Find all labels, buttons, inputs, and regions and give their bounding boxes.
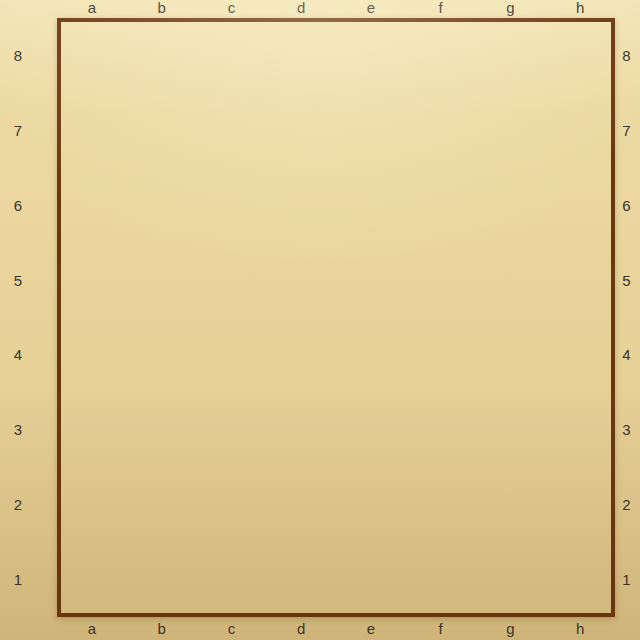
file-label-c: c <box>197 616 267 640</box>
file-label-b: b <box>127 0 197 17</box>
rank-label-8: 8 <box>0 18 36 93</box>
file-label-f: f <box>406 0 476 17</box>
rank-label-1: 1 <box>613 542 640 617</box>
rank-label-4: 4 <box>0 318 36 393</box>
file-labels-bottom: abcdefgh <box>57 616 615 640</box>
file-label-h: h <box>545 616 615 640</box>
rank-label-1: 1 <box>0 542 36 617</box>
file-label-c: c <box>197 0 267 17</box>
rank-label-7: 7 <box>613 93 640 168</box>
file-label-d: d <box>266 0 336 17</box>
chess-board <box>57 18 615 617</box>
rank-label-5: 5 <box>0 243 36 318</box>
rank-label-8: 8 <box>613 18 640 93</box>
file-label-g: g <box>476 616 546 640</box>
rank-label-3: 3 <box>613 392 640 467</box>
file-label-h: h <box>545 0 615 17</box>
rank-labels-right: 87654321 <box>613 18 640 617</box>
rank-label-4: 4 <box>613 318 640 393</box>
rank-label-3: 3 <box>0 392 36 467</box>
file-labels-top: abcdefgh <box>57 0 615 17</box>
file-label-e: e <box>336 616 406 640</box>
file-label-f: f <box>406 616 476 640</box>
rank-labels-left: 87654321 <box>0 18 36 617</box>
file-label-e: e <box>336 0 406 17</box>
rank-label-6: 6 <box>613 168 640 243</box>
file-label-a: a <box>57 616 127 640</box>
file-label-a: a <box>57 0 127 17</box>
file-label-b: b <box>127 616 197 640</box>
file-label-d: d <box>266 616 336 640</box>
rank-label-7: 7 <box>0 93 36 168</box>
rank-label-2: 2 <box>613 467 640 542</box>
rank-label-5: 5 <box>613 243 640 318</box>
rank-label-6: 6 <box>0 168 36 243</box>
file-label-g: g <box>476 0 546 17</box>
demo-chess-board: abcdefgh 87654321 87654321 abcdefgh <box>0 0 640 640</box>
rank-label-2: 2 <box>0 467 36 542</box>
